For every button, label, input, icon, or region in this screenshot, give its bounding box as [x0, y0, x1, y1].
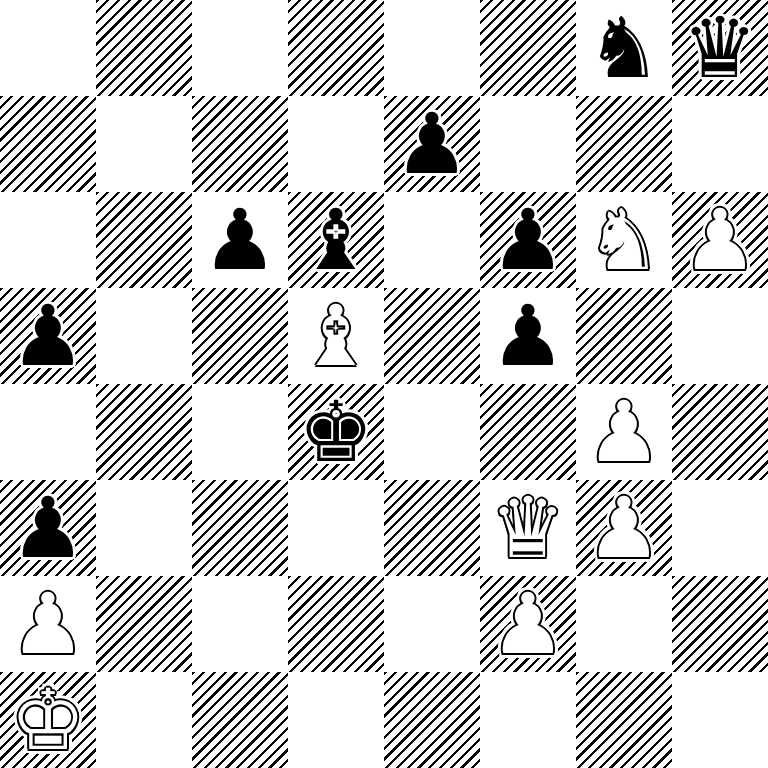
square-g4[interactable]: ♟ [576, 384, 672, 480]
white-pawn[interactable]: ♟ [682, 198, 757, 282]
square-d5[interactable]: ♝ [288, 288, 384, 384]
square-f2[interactable]: ♟ [480, 576, 576, 672]
square-h3[interactable] [672, 480, 768, 576]
white-knight[interactable]: ♞ [586, 198, 661, 282]
black-pawn[interactable]: ♟ [202, 198, 277, 282]
square-b4[interactable] [96, 384, 192, 480]
square-h1[interactable] [672, 672, 768, 768]
square-f5[interactable]: ♟ [480, 288, 576, 384]
square-d1[interactable] [288, 672, 384, 768]
square-d7[interactable] [288, 96, 384, 192]
square-g8[interactable]: ♞ [576, 0, 672, 96]
square-f6[interactable]: ♟ [480, 192, 576, 288]
square-g1[interactable] [576, 672, 672, 768]
square-e6[interactable] [384, 192, 480, 288]
square-d2[interactable] [288, 576, 384, 672]
square-d8[interactable] [288, 0, 384, 96]
square-g5[interactable] [576, 288, 672, 384]
square-g3[interactable]: ♟ [576, 480, 672, 576]
square-b6[interactable] [96, 192, 192, 288]
square-c6[interactable]: ♟ [192, 192, 288, 288]
square-e3[interactable] [384, 480, 480, 576]
square-d4[interactable]: ♚ [288, 384, 384, 480]
square-a6[interactable] [0, 192, 96, 288]
square-e1[interactable] [384, 672, 480, 768]
square-f8[interactable] [480, 0, 576, 96]
square-c8[interactable] [192, 0, 288, 96]
white-bishop[interactable]: ♝ [298, 294, 373, 378]
square-h2[interactable] [672, 576, 768, 672]
square-c2[interactable] [192, 576, 288, 672]
white-pawn[interactable]: ♟ [490, 582, 565, 666]
square-h7[interactable] [672, 96, 768, 192]
square-c7[interactable] [192, 96, 288, 192]
square-c5[interactable] [192, 288, 288, 384]
square-a3[interactable]: ♟ [0, 480, 96, 576]
square-e2[interactable] [384, 576, 480, 672]
square-f7[interactable] [480, 96, 576, 192]
chess-board: ♞♛♟♟♝♟♞♟♟♝♟♚♟♟♛♟♟♟♚ [0, 0, 768, 768]
square-a8[interactable] [0, 0, 96, 96]
black-pawn[interactable]: ♟ [10, 294, 85, 378]
square-h4[interactable] [672, 384, 768, 480]
square-a4[interactable] [0, 384, 96, 480]
black-bishop[interactable]: ♝ [298, 198, 373, 282]
square-g7[interactable] [576, 96, 672, 192]
black-queen[interactable]: ♛ [682, 6, 757, 90]
chess-diagram: ♞♛♟♟♝♟♞♟♟♝♟♚♟♟♛♟♟♟♚ [0, 0, 768, 768]
square-c3[interactable] [192, 480, 288, 576]
square-c4[interactable] [192, 384, 288, 480]
white-pawn[interactable]: ♟ [586, 486, 661, 570]
square-e7[interactable]: ♟ [384, 96, 480, 192]
square-b7[interactable] [96, 96, 192, 192]
square-h6[interactable]: ♟ [672, 192, 768, 288]
square-h8[interactable]: ♛ [672, 0, 768, 96]
white-queen[interactable]: ♛ [490, 486, 565, 570]
square-h5[interactable] [672, 288, 768, 384]
square-d3[interactable] [288, 480, 384, 576]
square-b2[interactable] [96, 576, 192, 672]
square-g6[interactable]: ♞ [576, 192, 672, 288]
black-pawn[interactable]: ♟ [394, 102, 469, 186]
square-a1[interactable]: ♚ [0, 672, 96, 768]
square-b1[interactable] [96, 672, 192, 768]
square-f1[interactable] [480, 672, 576, 768]
white-king[interactable]: ♚ [10, 678, 85, 762]
square-b3[interactable] [96, 480, 192, 576]
black-knight[interactable]: ♞ [586, 6, 661, 90]
square-b5[interactable] [96, 288, 192, 384]
square-c1[interactable] [192, 672, 288, 768]
square-f4[interactable] [480, 384, 576, 480]
square-e5[interactable] [384, 288, 480, 384]
black-pawn[interactable]: ♟ [490, 294, 565, 378]
square-a7[interactable] [0, 96, 96, 192]
square-a2[interactable]: ♟ [0, 576, 96, 672]
square-a5[interactable]: ♟ [0, 288, 96, 384]
square-f3[interactable]: ♛ [480, 480, 576, 576]
square-d6[interactable]: ♝ [288, 192, 384, 288]
white-pawn[interactable]: ♟ [10, 582, 85, 666]
square-g2[interactable] [576, 576, 672, 672]
square-e4[interactable] [384, 384, 480, 480]
black-pawn[interactable]: ♟ [490, 198, 565, 282]
white-pawn[interactable]: ♟ [586, 390, 661, 474]
black-pawn[interactable]: ♟ [10, 486, 85, 570]
square-b8[interactable] [96, 0, 192, 96]
black-king[interactable]: ♚ [298, 390, 373, 474]
square-e8[interactable] [384, 0, 480, 96]
